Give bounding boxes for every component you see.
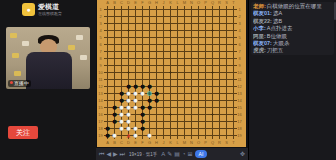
board-cell-Q8[interactable] — [209, 55, 216, 62]
board-cell-E7[interactable] — [132, 48, 139, 55]
board-cell-T18[interactable] — [230, 125, 237, 132]
board-cell-H9[interactable] — [153, 62, 160, 69]
board-cell-S5[interactable] — [223, 34, 230, 41]
board-cell-C10[interactable] — [118, 69, 125, 76]
board-cell-K9[interactable] — [167, 62, 174, 69]
board-cell-L11[interactable] — [174, 76, 181, 83]
board-cell-H3[interactable] — [153, 20, 160, 27]
board-cell-Q17[interactable] — [209, 118, 216, 125]
board-cell-K16[interactable] — [167, 111, 174, 118]
board-cell-G3[interactable] — [146, 20, 153, 27]
board-cell-C1[interactable] — [118, 6, 125, 13]
board-cell-Q6[interactable] — [209, 41, 216, 48]
board-cell-G15[interactable]: ● — [146, 104, 153, 111]
board-cell-E8[interactable] — [132, 55, 139, 62]
board-cell-Q12[interactable] — [209, 83, 216, 90]
board-cell-E10[interactable] — [132, 69, 139, 76]
board-cell-E16[interactable] — [132, 111, 139, 118]
board-cell-P11[interactable] — [202, 76, 209, 83]
board-cell-D5[interactable] — [125, 34, 132, 41]
board-cell-D10[interactable] — [125, 69, 132, 76]
board-cell-J6[interactable] — [160, 41, 167, 48]
board-cell-P18[interactable] — [202, 125, 209, 132]
board-cell-G10[interactable] — [146, 69, 153, 76]
board-cell-G9[interactable] — [146, 62, 153, 69]
board-cell-A11[interactable] — [104, 76, 111, 83]
board-cell-P19[interactable] — [202, 132, 209, 139]
board-cell-P3[interactable] — [202, 20, 209, 27]
board-cell-N16[interactable] — [188, 111, 195, 118]
board-cell-B12[interactable] — [111, 83, 118, 90]
board-cell-L9[interactable] — [174, 62, 181, 69]
board-cell-S9[interactable] — [223, 62, 230, 69]
board-cell-N4[interactable] — [188, 27, 195, 34]
board-cell-B13[interactable] — [111, 90, 118, 97]
board-cell-N1[interactable] — [188, 6, 195, 13]
board-cell-M10[interactable] — [181, 69, 188, 76]
board-cell-C4[interactable] — [118, 27, 125, 34]
board-cell-P14[interactable] — [202, 97, 209, 104]
board-cell-D18[interactable]: ● — [125, 125, 132, 132]
board-cell-L3[interactable] — [174, 20, 181, 27]
board-cell-E3[interactable] — [132, 20, 139, 27]
board-cell-T3[interactable] — [230, 20, 237, 27]
board-cell-S13[interactable] — [223, 90, 230, 97]
board-cell-B1[interactable] — [111, 6, 118, 13]
board-cell-J16[interactable] — [160, 111, 167, 118]
board-cell-L16[interactable] — [174, 111, 181, 118]
board-cell-G1[interactable] — [146, 6, 153, 13]
board-cell-H19[interactable] — [153, 132, 160, 139]
board-cell-J15[interactable] — [160, 104, 167, 111]
board-cell-K13[interactable] — [167, 90, 174, 97]
board-cell-Q9[interactable] — [209, 62, 216, 69]
board-cell-J18[interactable] — [160, 125, 167, 132]
board-cell-F2[interactable] — [139, 13, 146, 20]
board-cell-J9[interactable] — [160, 62, 167, 69]
territory-icon[interactable]: ◔ — [182, 148, 186, 160]
board-cell-N19[interactable] — [188, 132, 195, 139]
board-cell-Q15[interactable] — [209, 104, 216, 111]
board-cell-M8[interactable] — [181, 55, 188, 62]
board-cell-N5[interactable] — [188, 34, 195, 41]
board-cell-R11[interactable] — [216, 76, 223, 83]
board-cell-Q18[interactable] — [209, 125, 216, 132]
board-cell-B6[interactable] — [111, 41, 118, 48]
jump-end-icon[interactable]: ⏭ — [120, 148, 125, 160]
board-cell-P5[interactable] — [202, 34, 209, 41]
board-cell-L8[interactable] — [174, 55, 181, 62]
board-cell-B7[interactable] — [111, 48, 118, 55]
board-cell-A7[interactable] — [104, 48, 111, 55]
board-cell-H2[interactable] — [153, 13, 160, 20]
analysis-chart-icon[interactable]: ▤ — [174, 148, 180, 160]
board-cell-L15[interactable] — [174, 104, 181, 111]
grid-tool-icon[interactable]: ⊞ — [188, 148, 193, 160]
board-cell-O2[interactable] — [195, 13, 202, 20]
board-cell-G4[interactable] — [146, 27, 153, 34]
board-cell-E5[interactable] — [132, 34, 139, 41]
board-cell-P15[interactable] — [202, 104, 209, 111]
board-cell-H4[interactable] — [153, 27, 160, 34]
board-cell-D1[interactable] — [125, 6, 132, 13]
board-cell-M7[interactable] — [181, 48, 188, 55]
board-cell-J11[interactable] — [160, 76, 167, 83]
board-cell-D2[interactable] — [125, 13, 132, 20]
streamer-video[interactable]: 直播中 — [6, 27, 90, 89]
board-cell-O9[interactable] — [195, 62, 202, 69]
board-cell-D19[interactable]: A — [125, 132, 132, 139]
board-cell-M17[interactable] — [181, 118, 188, 125]
board-cell-A15[interactable] — [104, 104, 111, 111]
board-cell-L4[interactable] — [174, 27, 181, 34]
board-cell-H8[interactable] — [153, 55, 160, 62]
board-cell-J1[interactable] — [160, 6, 167, 13]
board-cell-P4[interactable] — [202, 27, 209, 34]
board-cell-G12[interactable]: ● — [146, 83, 153, 90]
board-cell-O12[interactable] — [195, 83, 202, 90]
follow-button[interactable]: 关注 — [8, 126, 38, 139]
board-cell-L17[interactable] — [174, 118, 181, 125]
board-cell-R9[interactable] — [216, 62, 223, 69]
board-cell-K17[interactable] — [167, 118, 174, 125]
board-cell-A5[interactable] — [104, 34, 111, 41]
board-cell-C2[interactable] — [118, 13, 125, 20]
board-cell-K11[interactable] — [167, 76, 174, 83]
board-cell-L10[interactable] — [174, 69, 181, 76]
board-cell-F7[interactable] — [139, 48, 146, 55]
board-cell-S11[interactable] — [223, 76, 230, 83]
board-cell-B19[interactable]: ● — [111, 132, 118, 139]
board-cell-Q3[interactable] — [209, 20, 216, 27]
board-cell-S19[interactable] — [223, 132, 230, 139]
board-cell-H6[interactable] — [153, 41, 160, 48]
board-cell-N2[interactable] — [188, 13, 195, 20]
board-cell-R1[interactable] — [216, 6, 223, 13]
board-cell-A14[interactable] — [104, 97, 111, 104]
board-cell-M2[interactable] — [181, 13, 188, 20]
board-cell-O6[interactable] — [195, 41, 202, 48]
board-cell-C6[interactable] — [118, 41, 125, 48]
board-cell-N10[interactable] — [188, 69, 195, 76]
board-cell-S6[interactable] — [223, 41, 230, 48]
board-cell-T16[interactable] — [230, 111, 237, 118]
board-cell-S3[interactable] — [223, 20, 230, 27]
board-cell-T5[interactable] — [230, 34, 237, 41]
board-cell-R16[interactable] — [216, 111, 223, 118]
board-cell-C5[interactable] — [118, 34, 125, 41]
board-cell-Q4[interactable] — [209, 27, 216, 34]
board-cell-J10[interactable] — [160, 69, 167, 76]
board-cell-K2[interactable] — [167, 13, 174, 20]
board-cell-R5[interactable] — [216, 34, 223, 41]
board-cell-R14[interactable] — [216, 97, 223, 104]
board-cell-C11[interactable] — [118, 76, 125, 83]
board-cell-G17[interactable] — [146, 118, 153, 125]
board-cell-J8[interactable] — [160, 55, 167, 62]
board-cell-M14[interactable] — [181, 97, 188, 104]
board-cell-Q13[interactable] — [209, 90, 216, 97]
board-cell-C9[interactable] — [118, 62, 125, 69]
board-cell-K18[interactable] — [167, 125, 174, 132]
board-cell-T9[interactable] — [230, 62, 237, 69]
board-cell-P1[interactable] — [202, 6, 209, 13]
board-cell-R6[interactable] — [216, 41, 223, 48]
board-cell-R7[interactable] — [216, 48, 223, 55]
board-cell-A9[interactable] — [104, 62, 111, 69]
board-cell-K4[interactable] — [167, 27, 174, 34]
board-cell-L18[interactable] — [174, 125, 181, 132]
board-cell-F4[interactable] — [139, 27, 146, 34]
board-cell-E19[interactable]: ● — [132, 132, 139, 139]
board-cell-B2[interactable] — [111, 13, 118, 20]
option-marker-A[interactable]: A — [125, 132, 132, 139]
board-cell-C18[interactable]: ● — [118, 125, 125, 132]
board-cell-A8[interactable] — [104, 55, 111, 62]
board-cell-O15[interactable] — [195, 104, 202, 111]
board-cell-J12[interactable] — [160, 83, 167, 90]
board-grid[interactable]: ●●●●●●●●B●●●●●●●●●●●●●●●●●●●●●●●●●●●A●● — [104, 6, 237, 139]
board-cell-P6[interactable] — [202, 41, 209, 48]
board-cell-A4[interactable] — [104, 27, 111, 34]
board-cell-L2[interactable] — [174, 13, 181, 20]
board-cell-N18[interactable] — [188, 125, 195, 132]
board-cell-F3[interactable] — [139, 20, 146, 27]
board-cell-P16[interactable] — [202, 111, 209, 118]
board-cell-S15[interactable] — [223, 104, 230, 111]
board-cell-B9[interactable] — [111, 62, 118, 69]
board-cell-J19[interactable] — [160, 132, 167, 139]
board-cell-O18[interactable] — [195, 125, 202, 132]
chat-message-list[interactable]: 老师:白棋做眼的位置在哪里棋友01:选A棋友22:选B小李:A点扑进去阿星:B位… — [251, 2, 334, 55]
board-cell-N8[interactable] — [188, 55, 195, 62]
board-cell-B4[interactable] — [111, 27, 118, 34]
board-cell-O16[interactable] — [195, 111, 202, 118]
board-cell-Q5[interactable] — [209, 34, 216, 41]
board-cell-N14[interactable] — [188, 97, 195, 104]
board-cell-P9[interactable] — [202, 62, 209, 69]
board-cell-E2[interactable] — [132, 13, 139, 20]
board-cell-F10[interactable] — [139, 69, 146, 76]
board-cell-N3[interactable] — [188, 20, 195, 27]
board-cell-T6[interactable] — [230, 41, 237, 48]
board-cell-F8[interactable] — [139, 55, 146, 62]
board-cell-P12[interactable] — [202, 83, 209, 90]
board-cell-Q11[interactable] — [209, 76, 216, 83]
board-cell-M6[interactable] — [181, 41, 188, 48]
board-cell-B17[interactable]: ● — [111, 118, 118, 125]
board-cell-O10[interactable] — [195, 69, 202, 76]
board-cell-D8[interactable] — [125, 55, 132, 62]
board-cell-S10[interactable] — [223, 69, 230, 76]
board-cell-N9[interactable] — [188, 62, 195, 69]
board-cell-E9[interactable] — [132, 62, 139, 69]
board-cell-C8[interactable] — [118, 55, 125, 62]
board-cell-M9[interactable] — [181, 62, 188, 69]
board-cell-K1[interactable] — [167, 6, 174, 13]
board-cell-N12[interactable] — [188, 83, 195, 90]
board-cell-C7[interactable] — [118, 48, 125, 55]
board-cell-Q10[interactable] — [209, 69, 216, 76]
board-cell-N17[interactable] — [188, 118, 195, 125]
board-cell-S12[interactable] — [223, 83, 230, 90]
board-cell-E15[interactable]: ● — [132, 104, 139, 111]
board-cell-J14[interactable] — [160, 97, 167, 104]
board-cell-N11[interactable] — [188, 76, 195, 83]
board-cell-G6[interactable] — [146, 41, 153, 48]
board-cell-J5[interactable] — [160, 34, 167, 41]
board-cell-M18[interactable] — [181, 125, 188, 132]
board-cell-M13[interactable] — [181, 90, 188, 97]
board-cell-N6[interactable] — [188, 41, 195, 48]
board-cell-N13[interactable] — [188, 90, 195, 97]
board-cell-D3[interactable] — [125, 20, 132, 27]
board-cell-R15[interactable] — [216, 104, 223, 111]
board-cell-T15[interactable] — [230, 104, 237, 111]
board-cell-K3[interactable] — [167, 20, 174, 27]
board-cell-B10[interactable] — [111, 69, 118, 76]
board-cell-P7[interactable] — [202, 48, 209, 55]
board-cell-A1[interactable] — [104, 6, 111, 13]
board-cell-S8[interactable] — [223, 55, 230, 62]
board-cell-R12[interactable] — [216, 83, 223, 90]
board-cell-Q2[interactable] — [209, 13, 216, 20]
board-cell-O11[interactable] — [195, 76, 202, 83]
board-cell-R19[interactable] — [216, 132, 223, 139]
draw-tool-icon[interactable]: ✎ — [167, 148, 172, 160]
board-cell-K19[interactable] — [167, 132, 174, 139]
board-cell-T19[interactable] — [230, 132, 237, 139]
board-cell-A2[interactable] — [104, 13, 111, 20]
board-cell-H16[interactable] — [153, 111, 160, 118]
board-cell-M19[interactable] — [181, 132, 188, 139]
board-cell-O14[interactable] — [195, 97, 202, 104]
board-cell-G2[interactable] — [146, 13, 153, 20]
board-cell-L19[interactable] — [174, 132, 181, 139]
board-cell-O5[interactable] — [195, 34, 202, 41]
board-cell-K6[interactable] — [167, 41, 174, 48]
board-cell-F13[interactable]: ● — [139, 90, 146, 97]
board-cell-G19[interactable]: ● — [146, 132, 153, 139]
board-cell-H14[interactable]: ● — [153, 97, 160, 104]
fullscreen-icon[interactable]: ✥ — [240, 148, 245, 160]
board-cell-M4[interactable] — [181, 27, 188, 34]
board-cell-J17[interactable] — [160, 118, 167, 125]
board-cell-R2[interactable] — [216, 13, 223, 20]
board-cell-N7[interactable] — [188, 48, 195, 55]
board-cell-H5[interactable] — [153, 34, 160, 41]
board-cell-R4[interactable] — [216, 27, 223, 34]
board-cell-A12[interactable] — [104, 83, 111, 90]
board-cell-M11[interactable] — [181, 76, 188, 83]
board-cell-K8[interactable] — [167, 55, 174, 62]
board-cell-O19[interactable] — [195, 132, 202, 139]
board-cell-E1[interactable] — [132, 6, 139, 13]
board-cell-T10[interactable] — [230, 69, 237, 76]
board-cell-L7[interactable] — [174, 48, 181, 55]
board-cell-R10[interactable] — [216, 69, 223, 76]
board-cell-P8[interactable] — [202, 55, 209, 62]
board-cell-R8[interactable] — [216, 55, 223, 62]
board-cell-H7[interactable] — [153, 48, 160, 55]
board-cell-H17[interactable] — [153, 118, 160, 125]
board-cell-M1[interactable] — [181, 6, 188, 13]
board-cell-T8[interactable] — [230, 55, 237, 62]
board-cell-L1[interactable] — [174, 6, 181, 13]
board-cell-R17[interactable] — [216, 118, 223, 125]
board-cell-F9[interactable] — [139, 62, 146, 69]
board-cell-A13[interactable] — [104, 90, 111, 97]
board-cell-J7[interactable] — [160, 48, 167, 55]
board-cell-M16[interactable] — [181, 111, 188, 118]
board-cell-L6[interactable] — [174, 41, 181, 48]
board-cell-N15[interactable] — [188, 104, 195, 111]
board-cell-H10[interactable] — [153, 69, 160, 76]
jump-start-icon[interactable]: ⏮ — [99, 148, 104, 160]
board-cell-F18[interactable]: ● — [139, 125, 146, 132]
board-cell-G8[interactable] — [146, 55, 153, 62]
board-cell-O13[interactable] — [195, 90, 202, 97]
board-cell-D9[interactable] — [125, 62, 132, 69]
ai-analysis-button[interactable]: AI — [195, 150, 208, 158]
board-cell-T14[interactable] — [230, 97, 237, 104]
label-tool-icon[interactable]: A — [161, 148, 165, 160]
board-cell-D6[interactable] — [125, 41, 132, 48]
board-cell-P10[interactable] — [202, 69, 209, 76]
board-cell-E6[interactable] — [132, 41, 139, 48]
board-cell-Q1[interactable] — [209, 6, 216, 13]
board-cell-A16[interactable] — [104, 111, 111, 118]
board-cell-E4[interactable] — [132, 27, 139, 34]
board-cell-O1[interactable] — [195, 6, 202, 13]
board-cell-K14[interactable] — [167, 97, 174, 104]
board-cell-H18[interactable] — [153, 125, 160, 132]
board-cell-S16[interactable] — [223, 111, 230, 118]
board-cell-F5[interactable] — [139, 34, 146, 41]
board-cell-B8[interactable] — [111, 55, 118, 62]
board-cell-B5[interactable] — [111, 34, 118, 41]
board-cell-R18[interactable] — [216, 125, 223, 132]
board-cell-H11[interactable] — [153, 76, 160, 83]
board-cell-B11[interactable] — [111, 76, 118, 83]
board-cell-M12[interactable] — [181, 83, 188, 90]
board-cell-C3[interactable] — [118, 20, 125, 27]
board-cell-S14[interactable] — [223, 97, 230, 104]
board-cell-J4[interactable] — [160, 27, 167, 34]
board-cell-A10[interactable] — [104, 69, 111, 76]
board-cell-D4[interactable] — [125, 27, 132, 34]
board-cell-K10[interactable] — [167, 69, 174, 76]
board-cell-T2[interactable] — [230, 13, 237, 20]
board-cell-Q14[interactable] — [209, 97, 216, 104]
board-cell-M5[interactable] — [181, 34, 188, 41]
board-cell-L5[interactable] — [174, 34, 181, 41]
board-cell-O17[interactable] — [195, 118, 202, 125]
board-cell-J13[interactable] — [160, 90, 167, 97]
board-cell-K7[interactable] — [167, 48, 174, 55]
board-cell-A6[interactable] — [104, 41, 111, 48]
board-cell-C19[interactable] — [118, 132, 125, 139]
prev-move-icon[interactable]: ◀ — [106, 148, 111, 160]
board-cell-P2[interactable] — [202, 13, 209, 20]
board-cell-L13[interactable] — [174, 90, 181, 97]
board-cell-K12[interactable] — [167, 83, 174, 90]
board-cell-O7[interactable] — [195, 48, 202, 55]
board-cell-O3[interactable] — [195, 20, 202, 27]
board-cell-R3[interactable] — [216, 20, 223, 27]
board-cell-S2[interactable] — [223, 13, 230, 20]
board-cell-G16[interactable] — [146, 111, 153, 118]
